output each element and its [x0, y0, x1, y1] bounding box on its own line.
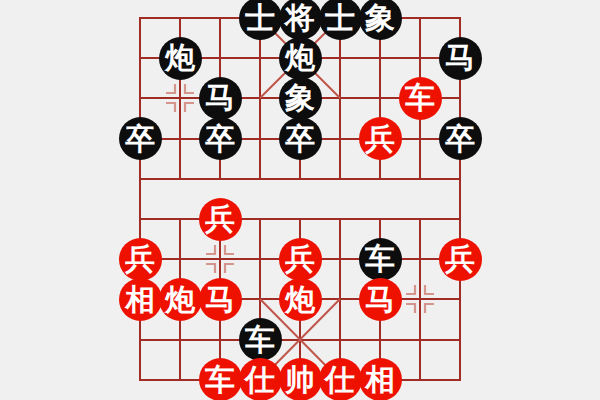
board-cell[interactable]: 炮 [160, 279, 200, 319]
board-cell[interactable] [360, 159, 400, 199]
board-cell[interactable] [200, 159, 240, 199]
board-cell[interactable]: 卒 [440, 119, 480, 159]
board-cell[interactable] [280, 320, 320, 360]
piece-red-soldier[interactable]: 兵 [119, 238, 162, 281]
board-cell[interactable] [400, 360, 440, 400]
board-cell[interactable] [440, 360, 480, 400]
board-cell[interactable] [360, 320, 400, 360]
board-cell[interactable]: 炮 [280, 279, 320, 319]
board-cell[interactable] [440, 279, 480, 319]
board-cell[interactable] [280, 199, 320, 239]
board-cell[interactable] [320, 279, 360, 319]
piece-black-advisor[interactable]: 士 [319, 0, 362, 40]
board-cell[interactable] [240, 78, 280, 118]
board-cell[interactable] [160, 119, 200, 159]
board-cell[interactable]: 车 [360, 239, 400, 279]
board-cell[interactable] [240, 38, 280, 78]
board-cell[interactable] [400, 0, 440, 38]
piece-red-advisor[interactable]: 仕 [239, 358, 282, 400]
board-cell[interactable] [440, 159, 480, 199]
piece-black-general[interactable]: 将 [279, 0, 322, 40]
board-cell[interactable]: 兵 [440, 239, 480, 279]
board-cell[interactable] [120, 78, 160, 118]
board-cell[interactable] [160, 360, 200, 400]
board-cell[interactable] [400, 279, 440, 319]
xiangqi-board: 士将士象炮炮马马象车卒卒卒兵卒兵兵兵车兵相炮马炮马车车仕帅仕相 [0, 0, 600, 400]
board-cell[interactable] [120, 360, 160, 400]
board-cell[interactable] [400, 38, 440, 78]
board-cell[interactable] [200, 38, 240, 78]
board-cell[interactable]: 车 [200, 360, 240, 400]
board-cell[interactable]: 兵 [120, 239, 160, 279]
board-cell[interactable] [160, 159, 200, 199]
board-cell[interactable] [400, 239, 440, 279]
board-cell[interactable]: 马 [360, 279, 400, 319]
piece-black-elephant[interactable]: 象 [279, 77, 322, 120]
piece-red-general[interactable]: 帅 [279, 358, 322, 400]
piece-black-elephant[interactable]: 象 [359, 0, 402, 40]
board-cell[interactable]: 士 [320, 0, 360, 38]
board-cell[interactable] [440, 320, 480, 360]
board-cell[interactable]: 炮 [280, 38, 320, 78]
board-cell[interactable] [120, 38, 160, 78]
piece-black-soldier[interactable]: 卒 [279, 117, 322, 160]
board-cell[interactable] [320, 78, 360, 118]
piece-red-advisor[interactable]: 仕 [319, 358, 362, 400]
board-cell[interactable] [400, 119, 440, 159]
board-cell[interactable] [240, 239, 280, 279]
board-cell[interactable] [160, 320, 200, 360]
board-cell[interactable]: 象 [280, 78, 320, 118]
piece-black-chariot[interactable]: 车 [239, 318, 282, 361]
piece-black-cannon[interactable]: 炮 [279, 37, 322, 80]
board-cell[interactable] [160, 199, 200, 239]
board-cell[interactable]: 车 [400, 78, 440, 118]
board-cell[interactable] [320, 239, 360, 279]
piece-black-soldier[interactable]: 卒 [439, 117, 482, 160]
board-cell[interactable] [240, 279, 280, 319]
board-cell[interactable]: 兵 [280, 239, 320, 279]
piece-red-chariot[interactable]: 车 [199, 358, 242, 400]
board-cell[interactable]: 兵 [360, 119, 400, 159]
board-cell[interactable]: 卒 [200, 119, 240, 159]
board-cell[interactable] [360, 38, 400, 78]
board-cell[interactable] [240, 119, 280, 159]
piece-black-soldier[interactable]: 卒 [119, 117, 162, 160]
board-cell[interactable]: 马 [200, 279, 240, 319]
piece-red-chariot[interactable]: 车 [399, 77, 442, 120]
piece-red-elephant[interactable]: 相 [359, 358, 402, 400]
board-cell[interactable]: 卒 [280, 119, 320, 159]
board-cell[interactable] [120, 0, 160, 38]
board-cell[interactable] [240, 199, 280, 239]
piece-black-chariot[interactable]: 车 [359, 238, 402, 281]
board-cell[interactable]: 士 [240, 0, 280, 38]
board-cell[interactable] [440, 0, 480, 38]
board-cell[interactable]: 车 [240, 320, 280, 360]
board-cell[interactable] [160, 78, 200, 118]
board-cell[interactable]: 帅 [280, 360, 320, 400]
piece-red-horse[interactable]: 马 [359, 278, 402, 321]
piece-red-soldier[interactable]: 兵 [439, 238, 482, 281]
board-cell[interactable]: 仕 [240, 360, 280, 400]
board-cell[interactable] [320, 320, 360, 360]
board-cell[interactable]: 兵 [200, 199, 240, 239]
piece-red-elephant[interactable]: 相 [119, 278, 162, 321]
board-cell[interactable] [120, 159, 160, 199]
board-cell[interactable] [360, 78, 400, 118]
board-cell[interactable] [200, 320, 240, 360]
piece-red-soldier[interactable]: 兵 [359, 117, 402, 160]
piece-black-horse[interactable]: 马 [439, 37, 482, 80]
board-cell[interactable]: 炮 [160, 38, 200, 78]
board-cell[interactable]: 卒 [120, 119, 160, 159]
piece-black-horse[interactable]: 马 [199, 77, 242, 120]
board-intersections: 士将士象炮炮马马象车卒卒卒兵卒兵兵兵车兵相炮马炮马车车仕帅仕相 [120, 0, 480, 400]
piece-red-cannon[interactable]: 炮 [279, 278, 322, 321]
board-cell[interactable] [320, 199, 360, 239]
board-cell[interactable] [320, 38, 360, 78]
board-cell[interactable] [200, 239, 240, 279]
piece-black-soldier[interactable]: 卒 [199, 117, 242, 160]
board-cell[interactable]: 仕 [320, 360, 360, 400]
board-cell[interactable] [160, 0, 200, 38]
board-cell[interactable] [160, 239, 200, 279]
board-cell[interactable] [280, 159, 320, 199]
board-cell[interactable] [200, 0, 240, 38]
board-cell[interactable] [320, 119, 360, 159]
board-cell[interactable] [440, 78, 480, 118]
board-cell[interactable]: 将 [280, 0, 320, 38]
board-cell[interactable]: 相 [360, 360, 400, 400]
board-cell[interactable] [320, 159, 360, 199]
board-cell[interactable] [400, 320, 440, 360]
board-cell[interactable]: 象 [360, 0, 400, 38]
board-cell[interactable] [400, 199, 440, 239]
board-cell[interactable] [120, 320, 160, 360]
board-cell[interactable]: 相 [120, 279, 160, 319]
piece-black-cannon[interactable]: 炮 [159, 37, 202, 80]
piece-red-horse[interactable]: 马 [199, 278, 242, 321]
board-cell[interactable] [240, 159, 280, 199]
board-cell[interactable] [120, 199, 160, 239]
piece-red-cannon[interactable]: 炮 [159, 278, 202, 321]
board-cell[interactable] [440, 199, 480, 239]
piece-red-soldier[interactable]: 兵 [199, 198, 242, 241]
board-cell[interactable]: 马 [200, 78, 240, 118]
board-cell[interactable]: 马 [440, 38, 480, 78]
piece-black-advisor[interactable]: 士 [239, 0, 282, 40]
piece-red-soldier[interactable]: 兵 [279, 238, 322, 281]
board-cell[interactable] [400, 159, 440, 199]
board-cell[interactable] [360, 199, 400, 239]
